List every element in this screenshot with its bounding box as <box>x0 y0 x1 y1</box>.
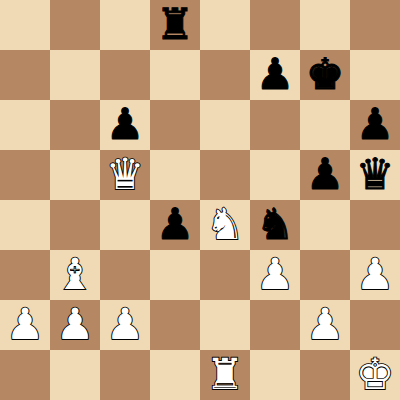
square-f1[interactable] <box>250 350 300 400</box>
square-g5[interactable]: ♟ <box>300 150 350 200</box>
square-g6[interactable] <box>300 100 350 150</box>
square-e5[interactable] <box>200 150 250 200</box>
black-queen-icon[interactable]: ♛ <box>356 153 395 196</box>
square-h4[interactable] <box>350 200 400 250</box>
white-king-icon[interactable]: ♚ <box>356 353 395 396</box>
square-f5[interactable] <box>250 150 300 200</box>
square-e6[interactable] <box>200 100 250 150</box>
square-b5[interactable] <box>50 150 100 200</box>
white-bishop-icon[interactable]: ♝ <box>56 253 95 296</box>
square-b3[interactable]: ♝ <box>50 250 100 300</box>
black-pawn-icon[interactable]: ♟ <box>356 103 395 146</box>
chess-board: ♜♟♚♟♟♛♟♛♟♞♞♝♟♟♟♟♟♟♜♚ <box>0 0 400 400</box>
square-c8[interactable] <box>100 0 150 50</box>
black-pawn-icon[interactable]: ♟ <box>306 153 345 196</box>
square-g2[interactable]: ♟ <box>300 300 350 350</box>
square-f3[interactable]: ♟ <box>250 250 300 300</box>
black-pawn-icon[interactable]: ♟ <box>106 103 145 146</box>
white-pawn-icon[interactable]: ♟ <box>56 303 95 346</box>
square-b6[interactable] <box>50 100 100 150</box>
square-c2[interactable]: ♟ <box>100 300 150 350</box>
square-f4[interactable]: ♞ <box>250 200 300 250</box>
square-a2[interactable]: ♟ <box>0 300 50 350</box>
square-a4[interactable] <box>0 200 50 250</box>
square-g3[interactable] <box>300 250 350 300</box>
square-b4[interactable] <box>50 200 100 250</box>
square-e2[interactable] <box>200 300 250 350</box>
white-pawn-icon[interactable]: ♟ <box>6 303 45 346</box>
square-d1[interactable] <box>150 350 200 400</box>
square-h8[interactable] <box>350 0 400 50</box>
square-d8[interactable]: ♜ <box>150 0 200 50</box>
square-d7[interactable] <box>150 50 200 100</box>
square-e1[interactable]: ♜ <box>200 350 250 400</box>
square-b2[interactable]: ♟ <box>50 300 100 350</box>
square-a5[interactable] <box>0 150 50 200</box>
square-e8[interactable] <box>200 0 250 50</box>
square-c7[interactable] <box>100 50 150 100</box>
square-h1[interactable]: ♚ <box>350 350 400 400</box>
white-pawn-icon[interactable]: ♟ <box>256 253 295 296</box>
black-king-icon[interactable]: ♚ <box>306 53 345 96</box>
square-c3[interactable] <box>100 250 150 300</box>
square-e7[interactable] <box>200 50 250 100</box>
black-pawn-icon[interactable]: ♟ <box>256 53 295 96</box>
square-g4[interactable] <box>300 200 350 250</box>
square-d5[interactable] <box>150 150 200 200</box>
black-pawn-icon[interactable]: ♟ <box>156 203 195 246</box>
square-d2[interactable] <box>150 300 200 350</box>
square-e4[interactable]: ♞ <box>200 200 250 250</box>
square-h3[interactable]: ♟ <box>350 250 400 300</box>
white-queen-icon[interactable]: ♛ <box>106 153 145 196</box>
white-pawn-icon[interactable]: ♟ <box>356 253 395 296</box>
square-g7[interactable]: ♚ <box>300 50 350 100</box>
white-rook-icon[interactable]: ♜ <box>206 353 245 396</box>
square-f8[interactable] <box>250 0 300 50</box>
white-knight-icon[interactable]: ♞ <box>206 203 245 246</box>
square-c6[interactable]: ♟ <box>100 100 150 150</box>
square-d4[interactable]: ♟ <box>150 200 200 250</box>
square-d6[interactable] <box>150 100 200 150</box>
square-h7[interactable] <box>350 50 400 100</box>
square-g8[interactable] <box>300 0 350 50</box>
square-c4[interactable] <box>100 200 150 250</box>
square-a3[interactable] <box>0 250 50 300</box>
square-f7[interactable]: ♟ <box>250 50 300 100</box>
square-a1[interactable] <box>0 350 50 400</box>
square-c5[interactable]: ♛ <box>100 150 150 200</box>
white-pawn-icon[interactable]: ♟ <box>306 303 345 346</box>
square-h6[interactable]: ♟ <box>350 100 400 150</box>
white-pawn-icon[interactable]: ♟ <box>106 303 145 346</box>
square-b7[interactable] <box>50 50 100 100</box>
square-c1[interactable] <box>100 350 150 400</box>
black-knight-icon[interactable]: ♞ <box>256 203 295 246</box>
square-a8[interactable] <box>0 0 50 50</box>
square-f2[interactable] <box>250 300 300 350</box>
square-g1[interactable] <box>300 350 350 400</box>
square-h2[interactable] <box>350 300 400 350</box>
square-a7[interactable] <box>0 50 50 100</box>
square-d3[interactable] <box>150 250 200 300</box>
black-rook-icon[interactable]: ♜ <box>156 3 195 46</box>
square-b8[interactable] <box>50 0 100 50</box>
square-e3[interactable] <box>200 250 250 300</box>
square-h5[interactable]: ♛ <box>350 150 400 200</box>
square-b1[interactable] <box>50 350 100 400</box>
square-a6[interactable] <box>0 100 50 150</box>
square-f6[interactable] <box>250 100 300 150</box>
